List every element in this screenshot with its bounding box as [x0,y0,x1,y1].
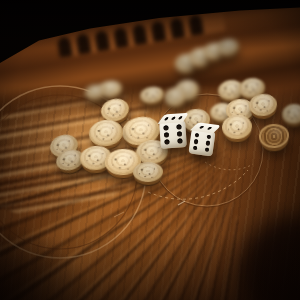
carved-arch [75,33,91,55]
carved-arch [188,14,204,36]
carved-arch [113,27,129,49]
die[interactable] [188,128,215,156]
backgammon-photo-scene [0,0,300,300]
carved-arch [94,30,110,52]
carved-arch [132,23,148,45]
carved-arch [169,17,185,39]
carved-arch [57,36,73,58]
die[interactable] [159,120,187,149]
die-front-face [159,120,187,149]
carved-arch [150,20,166,42]
